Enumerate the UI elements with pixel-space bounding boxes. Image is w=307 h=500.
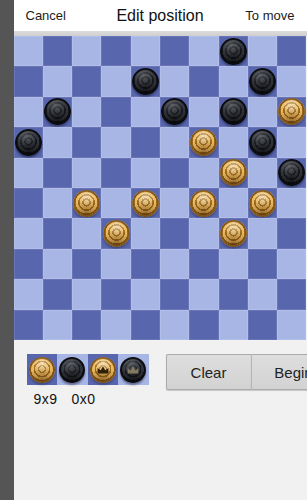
position-editor-screen: Cancel Edit position To move 9x90x0 Clea… [14,0,307,500]
board-square[interactable] [131,279,160,309]
piece-counts: 9x90x0 [34,391,110,407]
board-square[interactable] [160,127,189,157]
board-square[interactable] [219,279,248,309]
board-square[interactable] [72,158,101,188]
begin-button[interactable]: Begin [251,354,307,390]
board-square[interactable] [72,279,101,309]
black-man-piece [44,98,71,125]
white-man-piece [278,98,305,125]
board [14,36,307,340]
board-square[interactable] [160,97,189,127]
board-square[interactable] [14,279,43,309]
white-man-piece [249,190,276,217]
board-square[interactable] [14,97,43,127]
board-square[interactable] [248,36,277,66]
board-square[interactable] [131,218,160,248]
board-square[interactable] [160,158,189,188]
board-square[interactable] [101,66,130,96]
cancel-button[interactable]: Cancel [14,8,78,23]
bottom-panel: 9x90x0 Clear Begin [14,340,307,500]
board-square[interactable] [101,97,130,127]
board-square[interactable] [219,66,248,96]
board-square[interactable] [219,188,248,218]
board-square[interactable] [219,127,248,157]
king-crown-icon [96,365,109,374]
black-man-piece [249,129,276,156]
white-king-piece [90,357,116,383]
board-square[interactable] [277,310,306,340]
board-square[interactable] [189,310,218,340]
board-square[interactable] [72,36,101,66]
tray-item-white-man[interactable] [27,354,58,385]
board-square[interactable] [72,188,101,218]
to-move-button[interactable]: To move [233,8,306,23]
board-square[interactable] [189,158,218,188]
board-square[interactable] [131,66,160,96]
board-square[interactable] [160,36,189,66]
board-square[interactable] [277,218,306,248]
board-square[interactable] [72,218,101,248]
board-square[interactable] [277,66,306,96]
board-square[interactable] [248,127,277,157]
board-square[interactable] [219,218,248,248]
board-square[interactable] [14,218,43,248]
board-square[interactable] [160,218,189,248]
board-square[interactable] [248,218,277,248]
board-square[interactable] [189,188,218,218]
black-man-piece [15,129,42,156]
kings-count: 0x0 [72,391,96,407]
board-square[interactable] [277,36,306,66]
board-square[interactable] [219,310,248,340]
board-square[interactable] [43,97,72,127]
board-square[interactable] [43,218,72,248]
board-square[interactable] [14,310,43,340]
board-square[interactable] [43,127,72,157]
board-square[interactable] [277,279,306,309]
board-square[interactable] [14,158,43,188]
board-square[interactable] [101,36,130,66]
white-man-piece [190,129,217,156]
tray-item-black-man[interactable] [57,354,88,385]
board-square[interactable] [14,36,43,66]
clear-button[interactable]: Clear [166,354,251,390]
board-square[interactable] [43,158,72,188]
board-square[interactable] [189,66,218,96]
board-square[interactable] [189,36,218,66]
board-square[interactable] [43,310,72,340]
board-square[interactable] [189,127,218,157]
board-square[interactable] [14,249,43,279]
board-square[interactable] [43,249,72,279]
board-square[interactable] [43,188,72,218]
white-man-piece [190,190,217,217]
black-king-piece [120,357,146,383]
white-man-piece [220,159,247,186]
board-square[interactable] [131,36,160,66]
board-square[interactable] [189,97,218,127]
board-square[interactable] [43,66,72,96]
board-square[interactable] [189,249,218,279]
board-square[interactable] [219,158,248,188]
board-square[interactable] [72,310,101,340]
board-square[interactable] [189,279,218,309]
board-square[interactable] [43,36,72,66]
board-square[interactable] [248,66,277,96]
tray-item-black-king[interactable] [118,354,149,385]
board-square[interactable] [248,249,277,279]
board-square[interactable] [160,66,189,96]
tray-item-white-king[interactable] [88,354,119,385]
board-square[interactable] [72,66,101,96]
board-square[interactable] [277,97,306,127]
action-buttons: Clear Begin [166,354,307,390]
board-square[interactable] [160,188,189,218]
board-square[interactable] [248,188,277,218]
board-square[interactable] [131,249,160,279]
board-square[interactable] [160,249,189,279]
black-man-piece [59,357,85,383]
white-man-piece [220,220,247,247]
board-square[interactable] [101,279,130,309]
black-man-piece [220,38,247,65]
header-bar: Cancel Edit position To move [14,0,307,31]
board-square[interactable] [277,188,306,218]
board-square[interactable] [101,127,130,157]
board-square[interactable] [14,127,43,157]
board-square[interactable] [101,310,130,340]
board-square[interactable] [101,158,130,188]
board-square[interactable] [189,218,218,248]
white-man-piece [73,190,100,217]
board-square[interactable] [101,218,130,248]
white-man-piece [103,220,130,247]
black-man-piece [132,68,159,95]
black-man-piece [220,98,247,125]
board-square[interactable] [160,310,189,340]
board-square[interactable] [72,249,101,279]
king-crown-icon [127,365,140,374]
board-square[interactable] [72,127,101,157]
board-square[interactable] [131,310,160,340]
board-square[interactable] [14,188,43,218]
board-square[interactable] [248,310,277,340]
board-square[interactable] [219,36,248,66]
board-square[interactable] [277,249,306,279]
board-square[interactable] [101,188,130,218]
board-square[interactable] [248,279,277,309]
board-square[interactable] [219,97,248,127]
board-square[interactable] [277,127,306,157]
board-square[interactable] [131,158,160,188]
black-man-piece [161,98,188,125]
board-square[interactable] [131,127,160,157]
board-square[interactable] [43,279,72,309]
board-square[interactable] [131,188,160,218]
white-man-piece [132,190,159,217]
board-square[interactable] [14,66,43,96]
piece-selector-tray [27,354,149,385]
black-man-piece [249,68,276,95]
board-square[interactable] [277,158,306,188]
board-square[interactable] [248,97,277,127]
board-square[interactable] [219,249,248,279]
white-man-piece [29,357,55,383]
board-square[interactable] [248,158,277,188]
board-square[interactable] [160,279,189,309]
board-square[interactable] [72,97,101,127]
black-man-piece [278,159,305,186]
men-count: 9x9 [34,391,58,407]
board-square[interactable] [101,249,130,279]
board-square[interactable] [131,97,160,127]
